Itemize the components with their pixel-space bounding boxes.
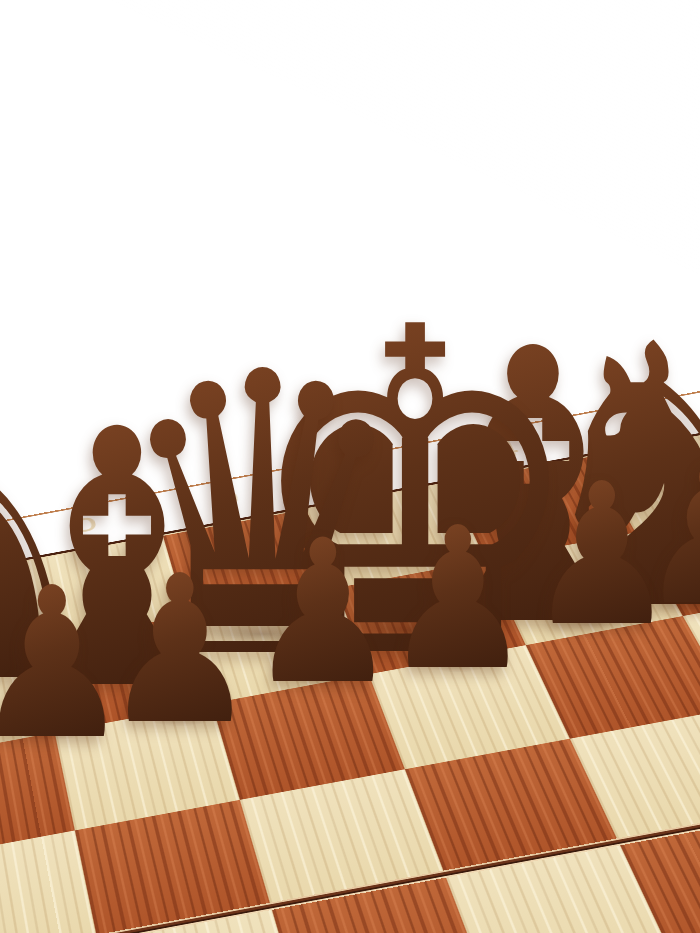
black-pawn-b7[interactable]: ♟ bbox=[0, 560, 131, 768]
black-pawn-e7[interactable]: ♟ bbox=[383, 501, 532, 697]
chess-set-photo: abcdefgh ♞♝♛♚♝♞♟♟♟♟♟♟ bbox=[0, 0, 700, 933]
pieces-layer: ♞♝♛♚♝♞♟♟♟♟♟♟ bbox=[0, 0, 700, 933]
black-pawn-d7[interactable]: ♟ bbox=[248, 514, 399, 712]
